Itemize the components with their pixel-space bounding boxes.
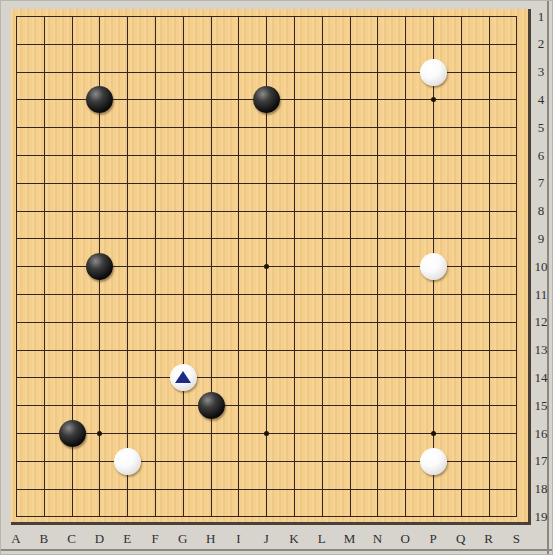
column-label-O: O: [396, 531, 414, 546]
triangle-marker: [175, 371, 191, 383]
row-label-17: 17: [532, 453, 550, 468]
stone-black-J4[interactable]: [253, 86, 280, 113]
stone-white-P3[interactable]: [420, 59, 447, 86]
column-label-H: H: [202, 531, 220, 546]
row-label-18: 18: [532, 481, 550, 496]
column-label-A: A: [7, 531, 25, 546]
row-label-2: 2: [532, 36, 550, 51]
stone-black-H15[interactable]: [198, 392, 225, 419]
row-label-3: 3: [532, 64, 550, 79]
star-point: [264, 264, 269, 269]
stone-white-P17[interactable]: [420, 448, 447, 475]
row-label-11: 11: [532, 287, 550, 302]
frame-bevel-bottom: [1, 549, 552, 551]
stone-white-G14[interactable]: [170, 364, 197, 391]
board-grid[interactable]: [16, 16, 517, 517]
column-label-M: M: [341, 531, 359, 546]
row-label-1: 1: [532, 9, 550, 24]
stone-black-D4[interactable]: [86, 86, 113, 113]
goban[interactable]: [11, 9, 531, 525]
go-app-window: ABCDEFGHIJKLMNOPQRS123456789101112131415…: [0, 0, 553, 555]
row-label-8: 8: [532, 203, 550, 218]
row-label-9: 9: [532, 231, 550, 246]
star-point: [431, 97, 436, 102]
row-label-5: 5: [532, 120, 550, 135]
column-label-E: E: [118, 531, 136, 546]
column-label-D: D: [90, 531, 108, 546]
row-label-6: 6: [532, 148, 550, 163]
column-label-N: N: [368, 531, 386, 546]
column-label-B: B: [35, 531, 53, 546]
stone-white-E17[interactable]: [114, 448, 141, 475]
column-label-P: P: [424, 531, 442, 546]
stone-white-P10[interactable]: [420, 253, 447, 280]
column-label-R: R: [480, 531, 498, 546]
stone-black-C16[interactable]: [59, 420, 86, 447]
column-label-I: I: [229, 531, 247, 546]
stone-black-D10[interactable]: [86, 253, 113, 280]
row-label-7: 7: [532, 175, 550, 190]
row-label-14: 14: [532, 370, 550, 385]
row-label-13: 13: [532, 342, 550, 357]
column-label-F: F: [146, 531, 164, 546]
column-label-K: K: [285, 531, 303, 546]
row-label-4: 4: [532, 92, 550, 107]
row-label-12: 12: [532, 314, 550, 329]
column-label-C: C: [63, 531, 81, 546]
frame-bevel-right: [547, 1, 549, 554]
column-label-J: J: [257, 531, 275, 546]
star-point: [97, 431, 102, 436]
row-label-16: 16: [532, 426, 550, 441]
column-label-Q: Q: [452, 531, 470, 546]
row-label-10: 10: [532, 259, 550, 274]
row-label-15: 15: [532, 398, 550, 413]
row-label-19: 19: [532, 509, 550, 524]
star-point: [264, 431, 269, 436]
column-label-G: G: [174, 531, 192, 546]
column-label-S: S: [507, 531, 525, 546]
column-label-L: L: [313, 531, 331, 546]
star-point: [431, 431, 436, 436]
